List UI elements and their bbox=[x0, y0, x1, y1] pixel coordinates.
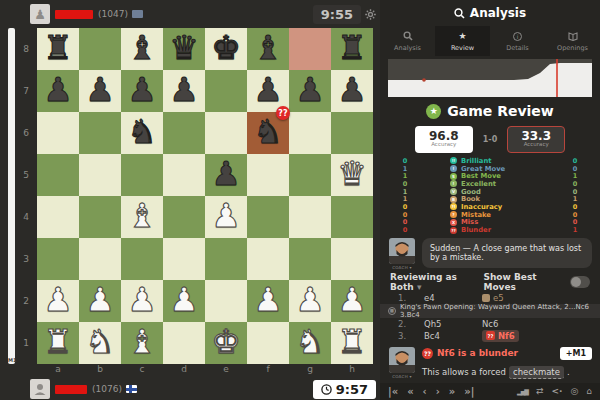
coach-avatar bbox=[389, 238, 415, 264]
white-pawn[interactable]: ♟ bbox=[211, 195, 241, 237]
square-c3[interactable] bbox=[121, 238, 163, 280]
top-player-name-bar bbox=[55, 10, 93, 19]
black-rook[interactable]: ♜ bbox=[337, 27, 367, 69]
white-accuracy-box: 96.8 Accuracy bbox=[415, 126, 473, 153]
focus-icon[interactable]: ◎ bbox=[570, 387, 578, 396]
white-pawn[interactable]: ♟ bbox=[295, 279, 325, 321]
move-row-2: 2. Qh5 Nc6 bbox=[380, 318, 600, 330]
game-review-app: ♟ (1047) 9:55 M1 87654321 ♜♝♛♚♝♜♟♟♟♟♟♟♟♞… bbox=[0, 0, 600, 400]
classification-icon: ?! bbox=[450, 203, 457, 210]
accuracy-row: 96.8 Accuracy 1-0 33.3 Accuracy bbox=[380, 123, 600, 155]
coach-avatar bbox=[389, 347, 415, 373]
black-bishop[interactable]: ♝ bbox=[253, 27, 283, 69]
reviewing-as-dropdown[interactable]: Reviewing as Both ▾ bbox=[390, 272, 483, 292]
move-1-white[interactable]: e4 bbox=[424, 293, 482, 303]
move-3-white[interactable]: Bc4 bbox=[424, 331, 482, 341]
square-d3[interactable] bbox=[163, 238, 205, 280]
file-label-b: b bbox=[79, 364, 121, 376]
square-c8[interactable]: ♝ bbox=[121, 28, 163, 70]
tab-bar: Analysis ★ Review i Details Openings bbox=[380, 26, 600, 56]
square-a6[interactable] bbox=[37, 112, 79, 154]
black-pawn[interactable]: ♟ bbox=[337, 69, 367, 111]
square-e6[interactable] bbox=[205, 112, 247, 154]
jump-to-start-button[interactable]: |« bbox=[388, 387, 398, 397]
square-g7[interactable]: ♟ bbox=[289, 70, 331, 112]
square-e4[interactable]: ♟ bbox=[205, 196, 247, 238]
blunder-explanation: This allows a forced checkmate . bbox=[422, 366, 592, 379]
classification-row-book: 1BBook1 bbox=[392, 195, 588, 203]
black-pawn[interactable]: ♟ bbox=[211, 153, 241, 195]
evaluation-graph[interactable] bbox=[380, 56, 600, 99]
move-list: 1. e4 e5 ■ King's Pawn Opening: Wayward … bbox=[380, 292, 600, 342]
square-d1[interactable] bbox=[163, 322, 205, 364]
top-player-avatar[interactable]: ♟ bbox=[30, 4, 50, 24]
classification-icon: ! bbox=[450, 165, 457, 172]
square-e2[interactable] bbox=[205, 280, 247, 322]
graph-move-dot bbox=[422, 78, 426, 82]
tab-details[interactable]: i Details bbox=[490, 26, 545, 56]
black-king[interactable]: ♚ bbox=[211, 27, 241, 69]
tab-openings[interactable]: Openings bbox=[545, 26, 600, 56]
square-h7[interactable]: ♟ bbox=[331, 70, 373, 112]
classification-icon: X bbox=[450, 219, 457, 226]
white-king[interactable]: ♚ bbox=[211, 321, 241, 363]
magnifier-icon bbox=[454, 8, 465, 19]
rank-label-1: 1 bbox=[15, 322, 37, 364]
clock-icon bbox=[321, 384, 332, 395]
white-pawn[interactable]: ♟ bbox=[253, 279, 283, 321]
chess-board: ♜♝♛♚♝♜♟♟♟♟♟♟♟♞♞♟♛♝♟♟♟♟♟♟♟♟♜♞♝♚♞♜?? bbox=[37, 28, 373, 364]
classification-row-inaccuracy: 0?!Inaccuracy0 bbox=[392, 203, 588, 211]
board-blunder-badge: ?? bbox=[276, 106, 290, 120]
forward-button[interactable]: › bbox=[436, 387, 440, 397]
bottom-player-rating: (1076) bbox=[92, 384, 122, 394]
classification-icon: ! bbox=[450, 180, 457, 187]
black-accuracy-box: 33.3 Accuracy bbox=[507, 126, 565, 153]
square-b4[interactable] bbox=[79, 196, 121, 238]
square-c5[interactable] bbox=[121, 154, 163, 196]
blunder-icon: ?? bbox=[486, 331, 495, 340]
square-h4[interactable] bbox=[331, 196, 373, 238]
checkmate-chip[interactable]: checkmate bbox=[509, 366, 564, 379]
pawn-avatar-icon: ♟ bbox=[34, 8, 46, 21]
blunder-annotation: COACH ▾ ?? Nf6 is a blunder +M1 This all… bbox=[380, 342, 600, 383]
share-icon[interactable]: <· bbox=[551, 387, 562, 396]
file-label-c: c bbox=[121, 364, 163, 376]
magnifier-icon bbox=[403, 31, 413, 42]
tab-analysis[interactable]: Analysis bbox=[380, 26, 435, 56]
bottom-player-flag-icon bbox=[126, 385, 137, 393]
square-e7[interactable] bbox=[205, 70, 247, 112]
square-b5[interactable] bbox=[79, 154, 121, 196]
analysis-panel: Analysis Analysis ★ Review i Details Ope… bbox=[380, 0, 600, 400]
fast-back-button[interactable]: « bbox=[407, 387, 413, 397]
white-count: 0 bbox=[392, 226, 418, 234]
rank-label-3: 3 bbox=[15, 238, 37, 280]
classification-row-best-move: 1SBest Move1 bbox=[392, 172, 588, 180]
top-player-flag-icon bbox=[132, 10, 143, 18]
white-bishop[interactable]: ♝ bbox=[127, 321, 157, 363]
settings-gear-icon[interactable] bbox=[365, 9, 376, 20]
classification-row-mistake: 0?Mistake0 bbox=[392, 211, 588, 219]
classification-row-great-move: 1!Great Move0 bbox=[392, 165, 588, 173]
white-pawn[interactable]: ♟ bbox=[127, 279, 157, 321]
black-count: 1 bbox=[562, 226, 588, 234]
show-best-moves-toggle[interactable] bbox=[570, 276, 590, 288]
flip-board-icon[interactable]: ⇄ bbox=[536, 387, 544, 396]
square-d8[interactable]: ♛ bbox=[163, 28, 205, 70]
move-row-3: 3. Bc4 ??Nf6 bbox=[380, 330, 600, 342]
top-player-rating: (1047) bbox=[98, 9, 128, 19]
black-queen[interactable]: ♛ bbox=[169, 27, 199, 69]
black-knight[interactable]: ♞ bbox=[127, 111, 157, 153]
rank-label-6: 6 bbox=[15, 112, 37, 154]
info-icon: i bbox=[513, 31, 522, 42]
top-player-bar: ♟ (1047) 9:55 bbox=[0, 0, 380, 28]
square-a4[interactable] bbox=[37, 196, 79, 238]
black-pawn[interactable]: ♟ bbox=[169, 69, 199, 111]
square-a3[interactable] bbox=[37, 238, 79, 280]
square-c6[interactable]: ♞ bbox=[121, 112, 163, 154]
square-f2[interactable]: ♟ bbox=[247, 280, 289, 322]
top-player-clock: 9:55 bbox=[313, 5, 361, 24]
classification-icon: S bbox=[450, 173, 457, 180]
square-g5[interactable] bbox=[289, 154, 331, 196]
classification-icon: ?? bbox=[450, 227, 457, 234]
black-pawn[interactable]: ♟ bbox=[295, 69, 325, 111]
square-h5[interactable]: ♛ bbox=[331, 154, 373, 196]
classification-icon: B bbox=[450, 196, 457, 203]
square-a7[interactable]: ♟ bbox=[37, 70, 79, 112]
move-3-black-selected[interactable]: ??Nf6 bbox=[482, 330, 519, 342]
square-b6[interactable] bbox=[79, 112, 121, 154]
square-b2[interactable]: ♟ bbox=[79, 280, 121, 322]
square-c4[interactable]: ♝ bbox=[121, 196, 163, 238]
white-knight[interactable]: ♞ bbox=[295, 321, 325, 363]
square-g8[interactable] bbox=[289, 28, 331, 70]
back-button[interactable]: ‹ bbox=[423, 387, 427, 397]
square-b3[interactable] bbox=[79, 238, 121, 280]
opening-book-icon: ■ bbox=[388, 307, 396, 315]
square-d7[interactable]: ♟ bbox=[163, 70, 205, 112]
square-e3[interactable] bbox=[205, 238, 247, 280]
panel-header: Analysis bbox=[380, 0, 600, 26]
black-pawn[interactable]: ♟ bbox=[253, 69, 283, 111]
bottom-player-avatar[interactable] bbox=[30, 379, 50, 399]
file-label-h: h bbox=[331, 364, 373, 376]
square-h3[interactable] bbox=[331, 238, 373, 280]
square-g6[interactable] bbox=[289, 112, 331, 154]
black-pawn[interactable]: ♟ bbox=[85, 69, 115, 111]
white-knight[interactable]: ♞ bbox=[85, 321, 115, 363]
rank-label-4: 4 bbox=[15, 196, 37, 238]
black-rook[interactable]: ♜ bbox=[43, 27, 73, 69]
classification-row-brilliant: 0!!Brilliant0 bbox=[392, 157, 588, 165]
square-h8[interactable]: ♜ bbox=[331, 28, 373, 70]
square-c1[interactable]: ♝ bbox=[121, 322, 163, 364]
eval-mate-label: M1 bbox=[8, 357, 15, 363]
white-queen[interactable]: ♛ bbox=[337, 153, 367, 195]
file-label-f: f bbox=[247, 364, 289, 376]
blunder-icon: ?? bbox=[422, 348, 433, 359]
square-f1[interactable] bbox=[247, 322, 289, 364]
panel-title: Analysis bbox=[470, 6, 526, 20]
square-d5[interactable] bbox=[163, 154, 205, 196]
show-best-moves-label: Show Best Moves bbox=[483, 272, 564, 292]
white-rook[interactable]: ♜ bbox=[43, 321, 73, 363]
bottom-player-name-bar bbox=[55, 385, 87, 394]
black-pawn[interactable]: ♟ bbox=[43, 69, 73, 111]
move-2-black[interactable]: Nc6 bbox=[482, 319, 498, 329]
square-d2[interactable]: ♟ bbox=[163, 280, 205, 322]
coach-label: COACH ▾ bbox=[392, 265, 412, 270]
file-labels: abcdefgh bbox=[37, 364, 373, 376]
coach-label: COACH ▾ bbox=[392, 374, 412, 379]
game-result: 1-0 bbox=[483, 135, 497, 144]
square-a8[interactable]: ♜ bbox=[37, 28, 79, 70]
rank-label-2: 2 bbox=[15, 280, 37, 322]
square-d6[interactable] bbox=[163, 112, 205, 154]
file-label-e: e bbox=[205, 364, 247, 376]
review-controls: Reviewing as Both ▾ Show Best Moves bbox=[380, 272, 600, 292]
square-e5[interactable]: ♟ bbox=[205, 154, 247, 196]
square-f5[interactable] bbox=[247, 154, 289, 196]
square-h2[interactable]: ♟ bbox=[331, 280, 373, 322]
square-b7[interactable]: ♟ bbox=[79, 70, 121, 112]
square-f3[interactable] bbox=[247, 238, 289, 280]
bottom-player-clock: 9:57 bbox=[313, 380, 376, 399]
fast-forward-button[interactable]: » bbox=[449, 387, 455, 397]
square-e1[interactable]: ♚ bbox=[205, 322, 247, 364]
white-bishop[interactable]: ♝ bbox=[127, 195, 157, 237]
coach-comment-row: COACH ▾ Sudden — A close game that was l… bbox=[380, 234, 600, 272]
move-1-black[interactable]: e5 bbox=[482, 293, 504, 303]
board-section: ♟ (1047) 9:55 M1 87654321 ♜♝♛♚♝♜♟♟♟♟♟♟♟♞… bbox=[0, 0, 380, 400]
game-review-title: ★ Game Review bbox=[380, 99, 600, 123]
chart-icon[interactable]: ▂▅▇ bbox=[517, 389, 528, 395]
classification-row-good: 1VGood0 bbox=[392, 188, 588, 196]
white-pawn[interactable]: ♟ bbox=[43, 279, 73, 321]
classification-row-excellent: 0!Excellent0 bbox=[392, 180, 588, 188]
square-g1[interactable]: ♞ bbox=[289, 322, 331, 364]
black-bishop[interactable]: ♝ bbox=[127, 27, 157, 69]
white-pawn[interactable]: ♟ bbox=[169, 279, 199, 321]
file-label-d: d bbox=[163, 364, 205, 376]
review-star-icon: ★ bbox=[426, 104, 441, 119]
classification-table: 0!!Brilliant01!Great Move01SBest Move10!… bbox=[380, 155, 600, 234]
square-g2[interactable]: ♟ bbox=[289, 280, 331, 322]
classification-icon: ? bbox=[450, 211, 457, 218]
square-b8[interactable] bbox=[79, 28, 121, 70]
classification-row-blunder: 0??Blunder1 bbox=[392, 226, 588, 234]
star-icon: ★ bbox=[458, 31, 466, 42]
classification-icon: !! bbox=[450, 157, 457, 164]
square-e8[interactable]: ♚ bbox=[205, 28, 247, 70]
black-pawn[interactable]: ♟ bbox=[127, 69, 157, 111]
bottom-player-bar: (1076) 9:57 bbox=[0, 376, 380, 400]
chevron-down-icon: ▾ bbox=[417, 282, 422, 292]
eval-badge[interactable]: +M1 bbox=[560, 347, 592, 360]
explorer-icon[interactable]: ⌂ bbox=[586, 387, 592, 396]
square-c7[interactable]: ♟ bbox=[121, 70, 163, 112]
move-2-white[interactable]: Qh5 bbox=[424, 319, 482, 329]
white-rook[interactable]: ♜ bbox=[337, 321, 367, 363]
square-c2[interactable]: ♟ bbox=[121, 280, 163, 322]
square-g3[interactable] bbox=[289, 238, 331, 280]
square-b1[interactable]: ♞ bbox=[79, 322, 121, 364]
classification-label: Blunder bbox=[461, 226, 491, 234]
square-f8[interactable]: ♝ bbox=[247, 28, 289, 70]
classification-row-miss: 0XMiss0 bbox=[392, 219, 588, 227]
rank-label-7: 7 bbox=[15, 70, 37, 112]
square-g4[interactable] bbox=[289, 196, 331, 238]
square-d4[interactable] bbox=[163, 196, 205, 238]
bottom-nav-bar: |« « ‹ › » »| ▂▅▇ ⇄ <· ◎ ⌂ bbox=[380, 383, 600, 400]
rank-label-8: 8 bbox=[15, 28, 37, 70]
opening-name-row[interactable]: ■ King's Pawn Opening: Wayward Queen Att… bbox=[380, 304, 600, 318]
rank-label-5: 5 bbox=[15, 154, 37, 196]
coach-comment-bubble: Sudden — A close game that was lost by a… bbox=[422, 238, 592, 268]
book-move-icon bbox=[482, 294, 490, 302]
evaluation-bar: M1 bbox=[8, 28, 15, 364]
rank-labels: 87654321 bbox=[15, 28, 37, 364]
tab-review[interactable]: ★ Review bbox=[435, 26, 490, 56]
classification-icon: V bbox=[450, 188, 457, 195]
square-a2[interactable]: ♟ bbox=[37, 280, 79, 322]
jump-to-end-button[interactable]: »| bbox=[464, 387, 474, 397]
square-a5[interactable] bbox=[37, 154, 79, 196]
square-a1[interactable]: ♜ bbox=[37, 322, 79, 364]
square-h1[interactable]: ♜ bbox=[331, 322, 373, 364]
file-label-g: g bbox=[289, 364, 331, 376]
file-label-a: a bbox=[37, 364, 79, 376]
square-f4[interactable] bbox=[247, 196, 289, 238]
white-pawn[interactable]: ♟ bbox=[85, 279, 115, 321]
book-icon bbox=[568, 31, 578, 42]
square-h6[interactable] bbox=[331, 112, 373, 154]
blunder-text: Nf6 is a blunder bbox=[437, 348, 518, 358]
white-pawn[interactable]: ♟ bbox=[337, 279, 367, 321]
